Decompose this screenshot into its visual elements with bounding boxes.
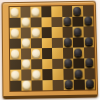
white-checker-r4c2[interactable] (32, 49, 41, 57)
square-r4c5[interactable] (62, 48, 73, 59)
square-r0c2[interactable] (30, 7, 41, 18)
black-checker-r2c6[interactable] (74, 27, 83, 35)
black-checker-r7c7[interactable] (85, 79, 94, 87)
square-r5c4[interactable] (52, 58, 63, 69)
square-r5c1[interactable] (21, 59, 32, 70)
square-r4c0[interactable] (10, 49, 21, 60)
square-r6c2[interactable] (31, 69, 42, 80)
white-checker-r6c2[interactable] (32, 70, 41, 78)
square-r2c4[interactable] (52, 27, 63, 38)
white-checker-r2c0[interactable] (11, 28, 19, 36)
black-checker-r3c5[interactable] (63, 38, 72, 46)
square-r3c1[interactable] (20, 38, 31, 49)
checkers-board (9, 5, 97, 92)
square-r4c4[interactable] (52, 48, 63, 59)
white-checker-r1c1[interactable] (21, 18, 29, 26)
square-r6c4[interactable] (52, 69, 63, 80)
white-checker-r4c0[interactable] (11, 49, 19, 57)
square-r7c4[interactable] (53, 79, 64, 90)
square-r7c6[interactable] (74, 79, 85, 90)
square-r7c3[interactable] (42, 80, 53, 91)
square-r6c1[interactable] (21, 69, 32, 80)
square-r0c5[interactable] (62, 6, 73, 17)
square-r1c5[interactable] (62, 16, 73, 27)
square-r2c1[interactable] (20, 27, 31, 38)
square-r5c2[interactable] (31, 59, 42, 70)
white-checker-r0c2[interactable] (31, 7, 39, 15)
square-r5c6[interactable] (73, 58, 84, 69)
black-checker-r3c7[interactable] (84, 37, 93, 45)
square-r3c7[interactable] (83, 37, 94, 48)
square-r4c2[interactable] (31, 48, 42, 59)
square-r2c6[interactable] (73, 27, 84, 38)
square-r5c7[interactable] (84, 58, 95, 69)
square-r4c6[interactable] (73, 47, 84, 58)
square-r6c7[interactable] (84, 68, 95, 79)
square-r1c1[interactable] (20, 17, 31, 28)
square-r4c7[interactable] (83, 47, 94, 58)
square-r7c1[interactable] (21, 80, 32, 91)
square-r6c0[interactable] (10, 70, 21, 81)
square-r0c1[interactable] (20, 7, 31, 18)
square-r7c2[interactable] (31, 80, 42, 91)
square-r3c2[interactable] (31, 38, 42, 49)
black-checker-r4c6[interactable] (74, 48, 83, 56)
square-r3c6[interactable] (73, 37, 84, 48)
board-frame (2, 1, 99, 100)
black-checker-r5c5[interactable] (64, 59, 73, 67)
square-r3c4[interactable] (52, 37, 63, 48)
square-r2c7[interactable] (83, 26, 94, 37)
square-r0c4[interactable] (51, 6, 62, 17)
square-r1c7[interactable] (83, 16, 94, 27)
square-r4c3[interactable] (41, 48, 52, 59)
square-r1c6[interactable] (72, 16, 83, 27)
square-r3c3[interactable] (41, 37, 52, 48)
white-checker-r7c1[interactable] (22, 80, 31, 88)
photo-stage (0, 0, 100, 100)
square-r5c0[interactable] (10, 59, 21, 70)
square-r0c7[interactable] (82, 6, 93, 17)
square-r1c2[interactable] (31, 17, 42, 28)
black-checker-r7c5[interactable] (64, 80, 73, 88)
square-r0c0[interactable] (10, 7, 21, 18)
white-checker-r0c0[interactable] (11, 7, 19, 15)
square-r7c0[interactable] (10, 80, 21, 91)
square-r6c6[interactable] (73, 68, 84, 79)
black-checker-r5c7[interactable] (85, 58, 94, 66)
black-checker-r0c6[interactable] (73, 6, 82, 14)
square-r2c0[interactable] (10, 28, 21, 39)
white-checker-r2c2[interactable] (32, 28, 40, 36)
square-r0c3[interactable] (41, 6, 52, 17)
white-checker-r5c1[interactable] (22, 59, 31, 67)
white-checker-r6c0[interactable] (11, 70, 20, 78)
square-r4c1[interactable] (20, 48, 31, 59)
square-r2c5[interactable] (62, 27, 73, 38)
square-r1c3[interactable] (41, 17, 52, 28)
square-r2c3[interactable] (41, 27, 52, 38)
white-checker-r3c1[interactable] (21, 38, 29, 46)
square-r3c0[interactable] (10, 38, 21, 49)
square-r7c5[interactable] (63, 79, 74, 90)
square-r3c5[interactable] (62, 37, 73, 48)
square-r2c2[interactable] (31, 27, 42, 38)
black-checker-r6c6[interactable] (74, 69, 83, 77)
square-r1c4[interactable] (51, 17, 62, 28)
square-r5c5[interactable] (63, 58, 74, 69)
black-checker-r1c5[interactable] (63, 17, 72, 25)
square-r5c3[interactable] (42, 58, 53, 69)
square-r1c0[interactable] (10, 17, 21, 28)
square-r7c7[interactable] (84, 79, 95, 90)
square-r6c5[interactable] (63, 69, 74, 80)
square-r6c3[interactable] (42, 69, 53, 80)
black-checker-r1c7[interactable] (84, 16, 93, 24)
square-r0c6[interactable] (72, 6, 83, 17)
